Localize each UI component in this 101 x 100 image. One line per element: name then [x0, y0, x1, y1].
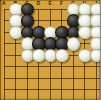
grid-hline-8 — [4, 89, 101, 90]
column-label-A: A — [1, 1, 8, 7]
grid-hline-7 — [4, 78, 101, 79]
go-board[interactable]: ABCDEFGHJ — [0, 0, 100, 100]
column-label-F: F — [58, 1, 65, 7]
white-stone-G4 — [67, 37, 80, 50]
white-stone-F5 — [55, 49, 68, 62]
column-label-D: D — [35, 1, 42, 7]
grid-hline-6 — [4, 66, 101, 67]
white-stone-J5 — [90, 49, 100, 62]
column-label-E: E — [47, 1, 54, 7]
